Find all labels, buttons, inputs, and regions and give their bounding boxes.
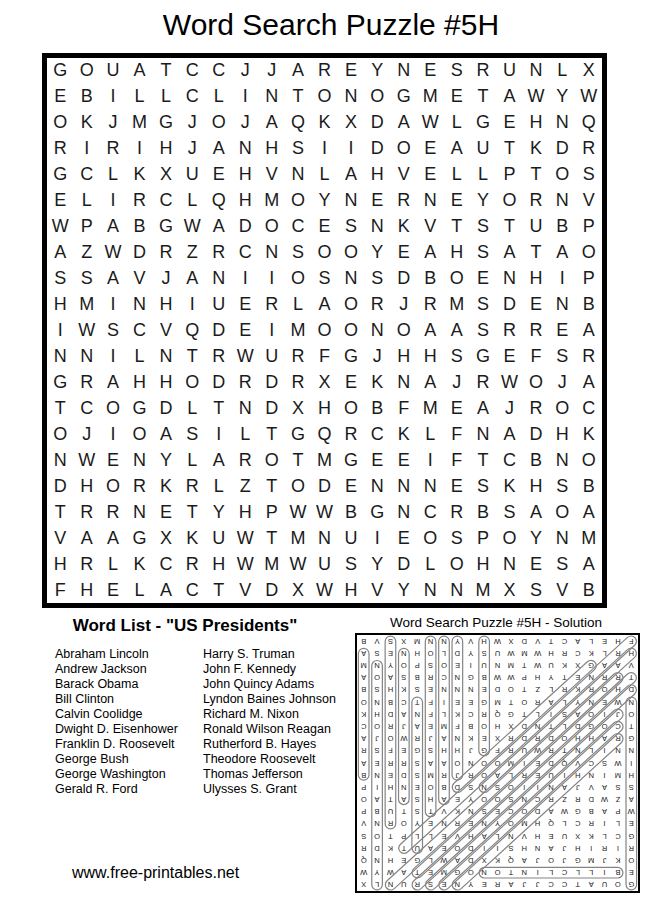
grid-cell: T bbox=[470, 447, 496, 473]
grid-cell: E bbox=[338, 473, 364, 499]
grid-cell: A bbox=[576, 499, 602, 525]
word-list-item: Andrew Jackson bbox=[55, 662, 178, 677]
grid-cell: K bbox=[496, 473, 522, 499]
grid-cell: L bbox=[285, 292, 311, 318]
grid-cell: N bbox=[126, 499, 152, 525]
word-list-item: Bill Clinton bbox=[55, 692, 178, 707]
grid-cell: T bbox=[496, 136, 522, 162]
grid-cell: N bbox=[417, 188, 443, 214]
grid-cell: A bbox=[47, 240, 73, 266]
grid-cell: A bbox=[576, 369, 602, 395]
grid-cell: T bbox=[523, 240, 549, 266]
grid-cell: C bbox=[179, 84, 205, 110]
grid-cell: C bbox=[126, 318, 152, 344]
grid-cell: W bbox=[311, 499, 337, 525]
grid-cell: S bbox=[470, 214, 496, 240]
grid-cell: O bbox=[311, 240, 337, 266]
grid-cell: L bbox=[443, 162, 469, 188]
grid-cell: Z bbox=[179, 240, 205, 266]
grid-cell: E bbox=[311, 214, 337, 240]
grid-cell: W bbox=[311, 577, 337, 603]
grid-cell: H bbox=[523, 110, 549, 136]
grid-cell: G bbox=[47, 369, 73, 395]
grid-cell: E bbox=[496, 343, 522, 369]
grid-cell: D bbox=[47, 473, 73, 499]
grid-cell: E bbox=[417, 136, 443, 162]
grid-cell: U bbox=[523, 214, 549, 240]
grid-cell: C bbox=[153, 551, 179, 577]
grid-cell: A bbox=[338, 162, 364, 188]
grid-cell: A bbox=[206, 447, 232, 473]
grid-cell: R bbox=[47, 136, 73, 162]
solution-word-outline bbox=[372, 660, 383, 889]
solution-word-outline bbox=[412, 697, 423, 853]
grid-cell: B bbox=[470, 499, 496, 525]
word-list-item: Dwight D. Eisenhower bbox=[55, 722, 178, 737]
grid-cell: C bbox=[285, 214, 311, 240]
grid-cell: R bbox=[523, 318, 549, 344]
grid-cell: F bbox=[443, 421, 469, 447]
grid-cell: M bbox=[417, 84, 443, 110]
grid-cell: N bbox=[232, 136, 258, 162]
grid-cell: Q bbox=[311, 421, 337, 447]
grid-cell: T bbox=[47, 499, 73, 525]
grid-cell: R bbox=[470, 369, 496, 395]
grid-cell: X bbox=[285, 395, 311, 421]
grid-cell: R bbox=[285, 369, 311, 395]
grid-cell: O bbox=[391, 318, 417, 344]
grid-cell: O bbox=[523, 369, 549, 395]
grid-cell: I bbox=[100, 84, 126, 110]
grid-cell: M bbox=[443, 292, 469, 318]
grid-cell: O bbox=[496, 525, 522, 551]
grid-cell: I bbox=[126, 136, 152, 162]
grid-cell: D bbox=[126, 240, 152, 266]
grid-cell: E bbox=[470, 266, 496, 292]
grid-cell: L bbox=[100, 162, 126, 188]
grid-cell: J bbox=[73, 421, 99, 447]
grid-cell: A bbox=[417, 240, 443, 266]
grid-cell: A bbox=[206, 214, 232, 240]
grid-cell: O bbox=[496, 188, 522, 214]
grid-cell: E bbox=[523, 551, 549, 577]
grid-cell: E bbox=[443, 84, 469, 110]
grid-cell: N bbox=[523, 58, 549, 84]
grid-cell: I bbox=[549, 266, 575, 292]
grid-cell: H bbox=[153, 136, 179, 162]
grid-cell: M bbox=[73, 292, 99, 318]
grid-cell: T bbox=[179, 499, 205, 525]
grid-cell: R bbox=[100, 136, 126, 162]
solution-overlay bbox=[357, 635, 638, 891]
grid-cell: W bbox=[576, 84, 602, 110]
grid-cell: R bbox=[153, 240, 179, 266]
grid-cell: W bbox=[73, 318, 99, 344]
grid-cell: S bbox=[443, 343, 469, 369]
grid-cell: Z bbox=[73, 240, 99, 266]
grid-cell: A bbox=[549, 240, 575, 266]
word-list-item: Calvin Coolidge bbox=[55, 707, 178, 722]
grid-cell: R bbox=[126, 473, 152, 499]
grid-cell: V bbox=[391, 162, 417, 188]
grid-cell: N bbox=[338, 188, 364, 214]
grid-cell: S bbox=[523, 577, 549, 603]
grid-cell: T bbox=[258, 421, 284, 447]
word-list-item: John F. Kennedy bbox=[203, 662, 336, 677]
grid-cell: T bbox=[443, 214, 469, 240]
grid-cell: O bbox=[285, 188, 311, 214]
grid-cell: G bbox=[47, 58, 73, 84]
grid-cell: O bbox=[258, 214, 284, 240]
grid-cell: W bbox=[285, 499, 311, 525]
grid-cell: W bbox=[73, 447, 99, 473]
grid-cell: Y bbox=[470, 188, 496, 214]
grid-cell: J bbox=[364, 343, 390, 369]
grid-cell: L bbox=[443, 110, 469, 136]
grid-cell: N bbox=[232, 395, 258, 421]
grid-cell: E bbox=[549, 318, 575, 344]
grid-cell: Z bbox=[232, 473, 258, 499]
grid-cell: E bbox=[417, 162, 443, 188]
grid-cell: M bbox=[126, 110, 152, 136]
grid-cell: W bbox=[523, 84, 549, 110]
grid-cell: I bbox=[417, 447, 443, 473]
grid-cell: G bbox=[285, 421, 311, 447]
grid-cell: S bbox=[470, 292, 496, 318]
grid-cell: R bbox=[443, 499, 469, 525]
word-list-item: Thomas Jefferson bbox=[203, 767, 336, 782]
grid-cell: L bbox=[179, 395, 205, 421]
grid-cell: M bbox=[258, 551, 284, 577]
grid-cell: O bbox=[126, 421, 152, 447]
grid-cell: Y bbox=[391, 577, 417, 603]
grid-cell: Y bbox=[549, 84, 575, 110]
grid-cell: A bbox=[206, 136, 232, 162]
grid-cell: M bbox=[285, 525, 311, 551]
grid-cell: O bbox=[549, 395, 575, 421]
grid-cell: B bbox=[549, 214, 575, 240]
grid-cell: O bbox=[258, 447, 284, 473]
grid-cell: H bbox=[232, 499, 258, 525]
grid-cell: H bbox=[523, 266, 549, 292]
grid-cell: N bbox=[258, 240, 284, 266]
grid-cell: C bbox=[364, 421, 390, 447]
grid-cell: R bbox=[417, 292, 443, 318]
word-list-item: John Quincy Adams bbox=[203, 677, 336, 692]
solution-word-outline bbox=[399, 648, 410, 804]
grid-cell: O bbox=[549, 162, 575, 188]
grid-cell: T bbox=[285, 84, 311, 110]
grid-cell: E bbox=[496, 110, 522, 136]
word-list-column-1: Abraham LincolnAndrew JacksonBarack Obam… bbox=[55, 647, 178, 797]
grid-cell: A bbox=[576, 318, 602, 344]
word-list-item: Rutherford B. Hayes bbox=[203, 737, 336, 752]
grid-cell: U bbox=[258, 343, 284, 369]
grid-cell: O bbox=[47, 421, 73, 447]
solution-grid: GOUATCCJJAREYNESRUNLXEBILLCLINTONOGMETAW… bbox=[355, 633, 640, 893]
grid-cell: O bbox=[206, 110, 232, 136]
grid-cell: P bbox=[576, 266, 602, 292]
grid-cell: I bbox=[73, 136, 99, 162]
grid-cell: R bbox=[232, 369, 258, 395]
grid-cell: B bbox=[126, 214, 152, 240]
solution-word-outline bbox=[423, 707, 625, 891]
grid-cell: K bbox=[73, 110, 99, 136]
grid-cell: S bbox=[576, 162, 602, 188]
grid-cell: H bbox=[523, 473, 549, 499]
grid-cell: D bbox=[153, 395, 179, 421]
grid-cell: M bbox=[285, 318, 311, 344]
grid-cell: D bbox=[258, 369, 284, 395]
grid-cell: T bbox=[523, 162, 549, 188]
grid-cell: C bbox=[179, 58, 205, 84]
grid-cell: R bbox=[73, 551, 99, 577]
grid-cell: J bbox=[496, 395, 522, 421]
grid-cell: O bbox=[311, 318, 337, 344]
solution-word-outline bbox=[626, 697, 637, 890]
grid-cell: I bbox=[206, 421, 232, 447]
grid-cell: Y bbox=[206, 499, 232, 525]
grid-cell: A bbox=[126, 58, 152, 84]
grid-cell: A bbox=[470, 395, 496, 421]
grid-cell: B bbox=[576, 292, 602, 318]
grid-cell: A bbox=[100, 214, 126, 240]
grid-cell: O bbox=[73, 58, 99, 84]
word-list-item: Harry S. Truman bbox=[203, 647, 336, 662]
grid-cell: H bbox=[47, 292, 73, 318]
grid-cell: J bbox=[258, 58, 284, 84]
grid-cell: N bbox=[364, 214, 390, 240]
grid-cell: T bbox=[258, 525, 284, 551]
solution-word-outline bbox=[450, 658, 598, 794]
grid-cell: B bbox=[576, 473, 602, 499]
grid-cell: Y bbox=[153, 447, 179, 473]
grid-cell: L bbox=[470, 162, 496, 188]
word-list-item: Lyndon Baines Johnson bbox=[203, 692, 336, 707]
word-list-item: Theodore Roosevelt bbox=[203, 752, 336, 767]
solution-word-outline bbox=[479, 867, 623, 878]
grid-cell: R bbox=[576, 136, 602, 162]
grid-cell: D bbox=[258, 395, 284, 421]
grid-cell: C bbox=[496, 447, 522, 473]
grid-cell: L bbox=[126, 577, 152, 603]
grid-cell: W bbox=[496, 369, 522, 395]
grid-cell: N bbox=[470, 421, 496, 447]
grid-cell: E bbox=[47, 84, 73, 110]
grid-cell: S bbox=[470, 318, 496, 344]
grid-cell: A bbox=[100, 369, 126, 395]
word-list-item: Barack Obama bbox=[55, 677, 178, 692]
grid-cell: O bbox=[338, 292, 364, 318]
grid-cell: G bbox=[338, 343, 364, 369]
grid-cell: T bbox=[285, 447, 311, 473]
grid-cell: N bbox=[391, 473, 417, 499]
grid-cell: H bbox=[311, 395, 337, 421]
grid-cell: N bbox=[549, 447, 575, 473]
solution-heading: Word Search Puzzle #5H - Solution bbox=[350, 615, 642, 630]
grid-cell: L bbox=[153, 84, 179, 110]
grid-cell: R bbox=[179, 551, 205, 577]
grid-cell: H bbox=[549, 421, 575, 447]
grid-cell: D bbox=[206, 369, 232, 395]
grid-cell: U bbox=[470, 136, 496, 162]
grid-cell: I bbox=[258, 266, 284, 292]
grid-cell: D bbox=[391, 266, 417, 292]
grid-cell: W bbox=[47, 214, 73, 240]
grid-cell: J bbox=[549, 369, 575, 395]
grid-cell: D bbox=[311, 473, 337, 499]
grid-cell: O bbox=[391, 136, 417, 162]
grid-cell: J bbox=[100, 110, 126, 136]
solution-word-outline bbox=[452, 636, 463, 780]
grid-cell: O bbox=[576, 240, 602, 266]
grid-cell: N bbox=[549, 525, 575, 551]
grid-cell: S bbox=[443, 58, 469, 84]
grid-cell: H bbox=[153, 292, 179, 318]
grid-cell: E bbox=[232, 292, 258, 318]
grid-cell: K bbox=[311, 110, 337, 136]
grid-cell: E bbox=[443, 188, 469, 214]
grid-cell: V bbox=[47, 525, 73, 551]
grid-cell: V bbox=[258, 162, 284, 188]
grid-cell: U bbox=[311, 551, 337, 577]
grid-cell: J bbox=[232, 58, 258, 84]
grid-cell: P bbox=[73, 214, 99, 240]
grid-cell: I bbox=[179, 292, 205, 318]
grid-cell: C bbox=[206, 58, 232, 84]
grid-cell: A bbox=[391, 110, 417, 136]
grid-cell: A bbox=[311, 292, 337, 318]
grid-cell: E bbox=[100, 447, 126, 473]
grid-cell: P bbox=[470, 525, 496, 551]
grid-cell: S bbox=[549, 343, 575, 369]
grid-cell: L bbox=[232, 421, 258, 447]
grid-cell: G bbox=[153, 214, 179, 240]
grid-cell: J bbox=[179, 136, 205, 162]
grid-cell: B bbox=[576, 577, 602, 603]
puzzle-grid: GOUATCCJJAREYNESRUNLXEBILLCLINTONOGMETAW… bbox=[42, 53, 607, 608]
grid-cell: O bbox=[285, 266, 311, 292]
grid-cell: H bbox=[364, 162, 390, 188]
grid-cell: T bbox=[47, 395, 73, 421]
grid-cell: D bbox=[549, 136, 575, 162]
grid-cell: N bbox=[549, 110, 575, 136]
grid-cell: N bbox=[126, 292, 152, 318]
grid-cell: S bbox=[285, 240, 311, 266]
grid-cell: N bbox=[73, 343, 99, 369]
grid-cell: N bbox=[47, 447, 73, 473]
grid-cell: W bbox=[179, 214, 205, 240]
grid-cell: V bbox=[364, 577, 390, 603]
grid-cell: E bbox=[338, 369, 364, 395]
grid-cell: C bbox=[576, 395, 602, 421]
grid-cell: E bbox=[443, 395, 469, 421]
solution-word-outline bbox=[358, 648, 369, 780]
grid-cell: D bbox=[258, 577, 284, 603]
grid-cell: S bbox=[47, 266, 73, 292]
grid-cell: H bbox=[153, 369, 179, 395]
grid-cell: M bbox=[470, 577, 496, 603]
grid-cell: A bbox=[417, 318, 443, 344]
grid-cell: L bbox=[206, 84, 232, 110]
solution-word-outline bbox=[479, 636, 490, 756]
grid-cell: R bbox=[364, 292, 390, 318]
grid-cell: A bbox=[496, 421, 522, 447]
grid-cell: R bbox=[73, 369, 99, 395]
grid-cell: Q bbox=[206, 188, 232, 214]
grid-cell: X bbox=[576, 58, 602, 84]
grid-cell: S bbox=[496, 499, 522, 525]
grid-cell: L bbox=[126, 84, 152, 110]
grid-cell: X bbox=[311, 369, 337, 395]
grid-cell: L bbox=[549, 58, 575, 84]
grid-cell: L bbox=[417, 421, 443, 447]
grid-cell: G bbox=[470, 110, 496, 136]
grid-cell: O bbox=[100, 473, 126, 499]
grid-cell: S bbox=[549, 551, 575, 577]
grid-cell: I bbox=[364, 525, 390, 551]
grid-cell: R bbox=[496, 318, 522, 344]
grid-cell: E bbox=[232, 318, 258, 344]
grid-cell: T bbox=[258, 473, 284, 499]
grid-cell: H bbox=[47, 551, 73, 577]
grid-cell: V bbox=[126, 266, 152, 292]
grid-cell: B bbox=[417, 266, 443, 292]
grid-cell: R bbox=[576, 343, 602, 369]
grid-cell: I bbox=[100, 188, 126, 214]
grid-cell: Y bbox=[311, 188, 337, 214]
grid-cell: A bbox=[285, 58, 311, 84]
grid-cell: S bbox=[364, 266, 390, 292]
grid-cell: H bbox=[206, 551, 232, 577]
word-list-item: Ronald Wilson Reagan bbox=[203, 722, 336, 737]
grid-cell: J bbox=[443, 369, 469, 395]
grid-cell: A bbox=[179, 266, 205, 292]
grid-cell: N bbox=[311, 525, 337, 551]
grid-cell: W bbox=[232, 343, 258, 369]
grid-cell: T bbox=[206, 395, 232, 421]
grid-cell: R bbox=[391, 188, 417, 214]
grid-cell: S bbox=[285, 136, 311, 162]
grid-cell: L bbox=[311, 162, 337, 188]
grid-cell: M bbox=[417, 395, 443, 421]
grid-cell: H bbox=[232, 188, 258, 214]
grid-cell: W bbox=[417, 110, 443, 136]
grid-cell: S bbox=[311, 266, 337, 292]
grid-cell: V bbox=[153, 318, 179, 344]
grid-cell: E bbox=[206, 162, 232, 188]
grid-cell: I bbox=[100, 292, 126, 318]
word-list-column-2: Harry S. TrumanJohn F. KennedyJohn Quinc… bbox=[203, 647, 336, 797]
grid-cell: V bbox=[417, 214, 443, 240]
grid-cell: N bbox=[258, 84, 284, 110]
grid-cell: A bbox=[443, 318, 469, 344]
grid-cell: L bbox=[73, 188, 99, 214]
grid-cell: A bbox=[417, 369, 443, 395]
word-list-item: Ulysses S. Grant bbox=[203, 782, 336, 797]
solution-word-outline bbox=[410, 670, 638, 880]
grid-cell: R bbox=[523, 395, 549, 421]
grid-cell: R bbox=[100, 499, 126, 525]
grid-cell: H bbox=[417, 343, 443, 369]
grid-cell: P bbox=[258, 499, 284, 525]
grid-cell: R bbox=[126, 188, 152, 214]
grid-cell: I bbox=[258, 318, 284, 344]
grid-cell: R bbox=[206, 343, 232, 369]
grid-cell: N bbox=[338, 266, 364, 292]
grid-cell: L bbox=[100, 551, 126, 577]
grid-cell: N bbox=[391, 499, 417, 525]
